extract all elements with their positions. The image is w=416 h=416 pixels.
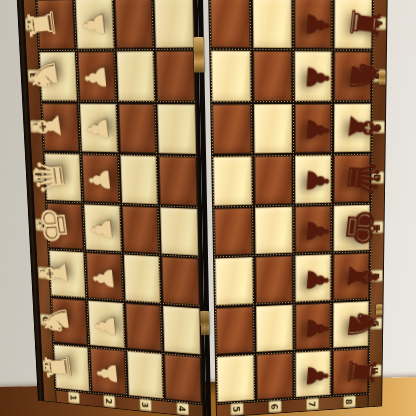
piece-white-bishop-c1: ♝ — [25, 106, 68, 148]
piece-black-queen-d8: ♛ — [339, 156, 387, 199]
coordinate-label-h: H — [42, 360, 54, 373]
piece-white-pawn-b2: ♟ — [81, 63, 112, 93]
coordinate-label-e: E — [35, 219, 47, 232]
square-g5 — [216, 307, 253, 355]
piece-white-pawn-e2: ♟ — [87, 216, 117, 243]
square-h2 — [90, 348, 126, 395]
piece-black-knight-b8: ♞ — [342, 55, 387, 97]
square-e4 — [160, 207, 198, 256]
clasp-icon — [379, 71, 386, 85]
square-a4 — [155, 0, 194, 48]
square-b1 — [40, 52, 77, 101]
board-frame — [54, 390, 203, 416]
square-e2 — [84, 204, 121, 252]
piece-white-pawn-g2: ♟ — [91, 314, 120, 340]
coordinate-label-4: 4 — [176, 402, 189, 415]
coordinate-label-c: C — [30, 120, 43, 133]
board-frame — [22, 0, 57, 403]
square-c2 — [80, 103, 117, 152]
square-f6 — [255, 256, 292, 304]
coordinate-label-g: G — [369, 317, 382, 329]
square-f3 — [123, 255, 160, 303]
piece-black-pawn-b7: ♟ — [301, 63, 333, 93]
piece-black-bishop-c8: ♝ — [341, 106, 387, 149]
coordinate-label-a: A — [25, 18, 38, 31]
squares-grid — [208, 0, 374, 404]
square-d7 — [295, 155, 332, 203]
square-f8 — [334, 253, 370, 300]
coordinate-label-f: F — [370, 270, 383, 283]
piece-black-knight-g8: ♞ — [341, 306, 384, 342]
piece-black-king-e8: ♚ — [338, 205, 388, 249]
square-a6 — [253, 0, 292, 48]
piece-black-pawn-a7: ♟ — [301, 9, 334, 40]
squares-grid — [35, 0, 203, 404]
piece-black-pawn-d7: ♟ — [302, 167, 334, 196]
square-g4 — [163, 306, 200, 355]
square-e6 — [255, 206, 292, 254]
piece-white-queen-d1: ♛ — [27, 155, 72, 197]
square-f5 — [215, 257, 253, 305]
coordinate-label-c: C — [372, 121, 385, 134]
coordinate-label-b: B — [27, 69, 40, 82]
square-g1 — [52, 298, 88, 345]
coordinate-label-f: F — [38, 267, 50, 280]
board-stage: 11223344ABCDEFGH♜♟♞♟♝♟♛♟♚♟♝♟♞♟♜♟ 5566778… — [6, 0, 388, 416]
piece-white-pawn-f2: ♟ — [89, 265, 119, 291]
square-g8 — [333, 301, 368, 347]
hinge-icon — [200, 311, 209, 336]
piece-black-pawn-f7: ♟ — [302, 267, 333, 294]
pieces-layer: ♟♜♟♞♟♝♟♛♟♚♟♝♟♞♟♜ — [203, 0, 386, 416]
coordinate-label-6: 6 — [268, 400, 281, 413]
piece-black-pawn-e7: ♟ — [302, 217, 334, 245]
square-e7 — [295, 205, 331, 253]
piece-black-pawn-c7: ♟ — [301, 115, 333, 144]
square-b7 — [294, 51, 331, 101]
square-c7 — [294, 104, 331, 153]
square-b3 — [116, 51, 154, 101]
square-b5 — [211, 51, 250, 101]
square-h3 — [127, 351, 163, 399]
square-c5 — [212, 104, 251, 154]
square-h5 — [217, 355, 254, 402]
square-d8 — [334, 154, 370, 202]
product-photo-scene: 11223344ABCDEFGH♜♟♞♟♝♟♛♟♚♟♝♟♞♟♜♟ 5566778… — [0, 0, 416, 416]
coordinate-label-h: H — [369, 364, 382, 376]
square-f4 — [162, 257, 200, 306]
piece-white-king-e1: ♚ — [28, 204, 74, 247]
square-f2 — [86, 253, 122, 301]
square-b2 — [77, 51, 115, 100]
square-d3 — [120, 155, 158, 204]
square-g6 — [256, 305, 293, 352]
square-h8 — [333, 349, 368, 395]
coordinate-label-1: 1 — [68, 391, 80, 404]
square-b4 — [156, 51, 195, 102]
square-g3 — [125, 303, 162, 351]
piece-white-pawn-c2: ♟ — [83, 115, 113, 144]
square-a3 — [114, 0, 153, 48]
board-side-edge — [16, 0, 44, 401]
square-d1 — [45, 153, 82, 201]
piece-black-pawn-h7: ♟ — [302, 363, 333, 388]
square-d6 — [254, 155, 292, 204]
pieces-layer: ♜♟♞♟♝♟♛♟♚♟♝♟♞♟♜♟ — [16, 0, 203, 416]
piece-white-pawn-a2: ♟ — [78, 10, 109, 41]
square-d4 — [159, 156, 197, 205]
square-g2 — [88, 301, 124, 348]
board-right-half: 55667788ABCDEFGH♟♜♟♞♟♝♟♛♟♚♟♝♟♞♟♜ — [197, 0, 386, 416]
piece-white-pawn-h2: ♟ — [93, 361, 122, 387]
piece-black-rook-h8: ♜ — [342, 354, 382, 388]
square-h4 — [165, 354, 202, 402]
piece-white-rook-h1: ♜ — [40, 351, 78, 383]
square-b8 — [334, 51, 371, 100]
square-d2 — [82, 154, 119, 202]
square-h6 — [256, 353, 292, 400]
square-g7 — [295, 303, 331, 350]
square-e1 — [47, 202, 83, 249]
square-c4 — [158, 104, 197, 154]
piece-white-bishop-f1: ♝ — [33, 254, 75, 292]
coordinate-label-2: 2 — [103, 395, 115, 408]
square-c6 — [254, 104, 292, 153]
coordinate-label-7: 7 — [306, 398, 319, 411]
square-c1 — [42, 103, 79, 151]
coordinate-label-d: D — [33, 170, 46, 183]
coordinate-label-d: D — [371, 171, 384, 184]
square-h7 — [295, 351, 330, 397]
square-d5 — [213, 156, 252, 205]
piece-black-rook-a8: ♜ — [344, 3, 387, 44]
square-e5 — [214, 207, 252, 256]
square-a5 — [210, 0, 250, 48]
board-left-half: 11223344ABCDEFGH♜♟♞♟♝♟♛♟♚♟♝♟♞♟♜♟ — [16, 0, 206, 416]
square-e8 — [334, 204, 370, 251]
square-f1 — [49, 251, 85, 298]
board-frame — [216, 394, 370, 416]
coordinate-label-b: B — [372, 69, 386, 82]
square-a7 — [294, 0, 332, 48]
piece-white-knight-b1: ♞ — [24, 55, 66, 96]
coordinate-label-g: G — [40, 314, 52, 327]
coordinate-label-8: 8 — [343, 395, 356, 407]
square-e3 — [122, 205, 159, 254]
coordinate-label-5: 5 — [230, 403, 244, 416]
piece-black-bishop-f8: ♝ — [340, 257, 385, 296]
board-frame — [368, 0, 388, 408]
square-h1 — [54, 345, 89, 391]
clasp-icon — [376, 304, 383, 315]
square-f7 — [295, 255, 331, 302]
square-c8 — [334, 103, 371, 151]
piece-black-pawn-g7: ♟ — [302, 315, 333, 341]
coordinate-label-e: E — [370, 221, 383, 234]
piece-white-rook-a1: ♜ — [22, 4, 62, 45]
folded-chessboard: 11223344ABCDEFGH♜♟♞♟♝♟♛♟♚♟♝♟♞♟♜♟ 5566778… — [0, 0, 391, 416]
square-a2 — [75, 0, 113, 49]
square-c3 — [118, 104, 156, 153]
square-a1 — [37, 0, 75, 49]
piece-white-knight-g1: ♞ — [36, 303, 76, 338]
coordinate-label-a: A — [373, 17, 387, 30]
coordinate-label-3: 3 — [139, 399, 152, 412]
square-b6 — [253, 51, 291, 101]
piece-white-pawn-d2: ♟ — [85, 166, 115, 194]
square-a8 — [335, 0, 372, 49]
board-side-edge — [374, 0, 386, 407]
